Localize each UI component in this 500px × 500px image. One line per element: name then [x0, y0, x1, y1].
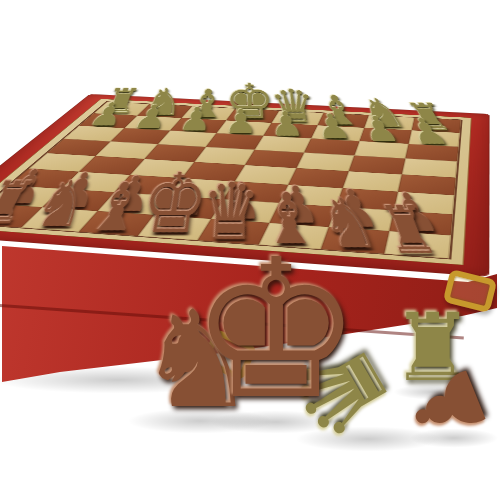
folding-chess-board: ♜♞♝♚♛♝♞♜♟♟♟♟♟♟♟♟♟♟♟♟♟♟♟♟♜♞♝♚♛♝♞♜: [0, 94, 489, 276]
board-maple-margin: ♜♞♝♚♛♝♞♜♟♟♟♟♟♟♟♟♟♟♟♟♟♟♟♟♜♞♝♚♛♝♞♜: [0, 99, 472, 265]
queen-soft-shadow: [293, 426, 443, 452]
board-frame: ♜♞♝♚♛♝♞♜♟♟♟♟♟♟♟♟♟♟♟♟♟♟♟♟♜♞♝♚♛♝♞♜: [0, 94, 489, 276]
chess-board: ♜♞♝♚♛♝♞♜♟♟♟♟♟♟♟♟♟♟♟♟♟♟♟♟♜♞♝♚♛♝♞♜: [0, 102, 461, 259]
knight-soft-shadow: [125, 408, 275, 434]
rook-soft-shadow: [392, 384, 477, 400]
king-soft-shadow: [208, 410, 343, 434]
square-c8: ♝: [259, 223, 329, 249]
pawn-soft-shadow: [408, 428, 500, 448]
square-b8: ♞: [321, 227, 389, 254]
square-d8: ♛: [198, 219, 270, 245]
square-a8: ♜: [384, 231, 451, 258]
display-copper-pawn-fallen: ♟: [391, 349, 500, 464]
chess-set-product-photo: ♜♞♝♚♛♝♞♜♟♟♟♟♟♟♟♟♟♟♟♟♟♟♟♟♜♞♝♚♛♝♞♜ ♞ ♚ ♛ ♜…: [0, 0, 500, 500]
